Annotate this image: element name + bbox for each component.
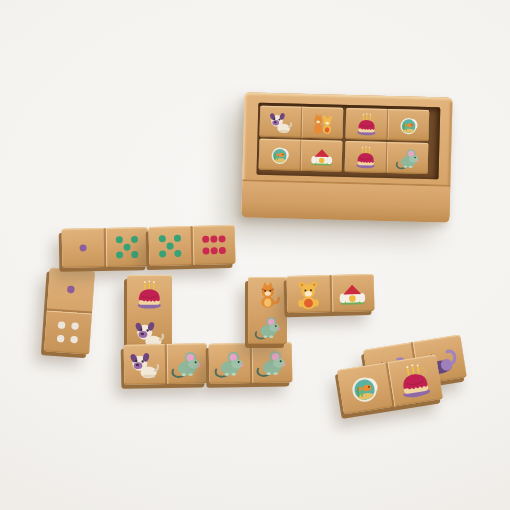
picture-domino-cake-pug[interactable] — [127, 275, 172, 345]
tile-half-cake-motif — [345, 141, 387, 173]
picture-domino-cat-mouse[interactable] — [248, 277, 287, 344]
pip-domino-1-5[interactable] — [62, 227, 149, 267]
tile-half-6-red-pips — [192, 225, 235, 265]
tile-half-4-white-pips — [44, 310, 92, 354]
loose-domino-fishbowl-cake[interactable] — [337, 354, 443, 414]
pip-domino-5-6[interactable] — [149, 225, 236, 266]
tile-half-doghouse-motif — [331, 274, 374, 312]
box-tile-row — [259, 139, 429, 174]
tile-half-cat-pair-motif — [301, 107, 343, 139]
tile-half-5-green-pips — [149, 226, 192, 266]
tile-half-mouse-motif — [166, 343, 207, 384]
box-domino-fishbowl-doghouse[interactable] — [259, 139, 343, 172]
box-tile-row — [259, 106, 429, 141]
pip-domino-4-1[interactable] — [44, 268, 95, 355]
tile-half-pug-motif — [124, 344, 165, 385]
box-tile-tray — [259, 106, 430, 174]
tile-half-1-purple-pips — [47, 268, 95, 312]
box-domino-cake-mouse[interactable] — [345, 141, 429, 174]
picture-domino-cat-doghouse[interactable] — [287, 274, 375, 313]
tile-half-doghouse-motif — [301, 140, 343, 172]
tile-half-cat-yellow-motif — [287, 275, 330, 313]
wooden-storage-box — [241, 92, 452, 220]
tile-half-cake-motif — [127, 275, 172, 314]
tile-half-5-green-pips — [106, 227, 149, 267]
tile-half-mouse-motif — [251, 342, 292, 383]
tile-half-cake-motif — [345, 108, 387, 140]
tile-half-cat-orange-motif — [248, 277, 287, 311]
box-front-panel — [241, 179, 450, 222]
tile-half-mouse-motif — [209, 343, 250, 384]
tile-half-pug-motif — [259, 106, 301, 138]
tabletop-scene — [0, 0, 510, 510]
picture-domino-pug-mouse[interactable] — [124, 343, 208, 384]
picture-domino-mouse-mouse[interactable] — [209, 342, 293, 383]
tile-half-1-purple-pips — [62, 228, 105, 268]
tile-half-fishbowl-motif — [337, 362, 392, 414]
box-interior — [256, 103, 440, 180]
tile-half-fishbowl-motif — [387, 109, 429, 141]
box-domino-pug-cat-pair[interactable] — [259, 106, 343, 139]
box-domino-cake-fishbowl[interactable] — [345, 108, 429, 141]
tile-half-fishbowl-motif — [259, 139, 301, 171]
tile-half-cake-motif — [387, 354, 442, 406]
tile-half-mouse-motif — [248, 311, 287, 345]
tile-half-mouse-motif — [387, 142, 429, 174]
